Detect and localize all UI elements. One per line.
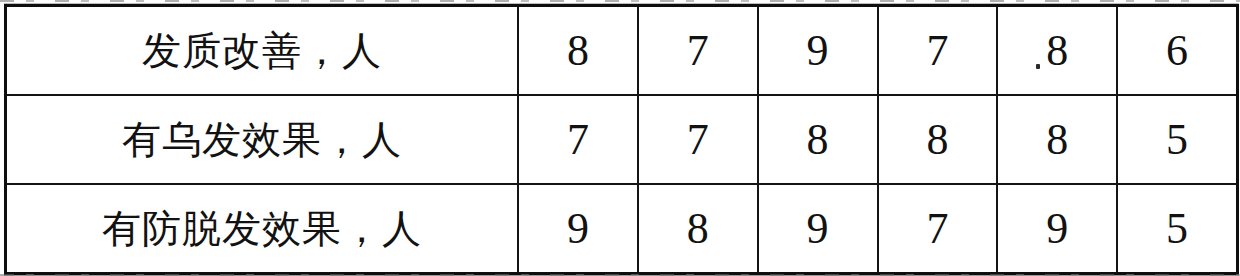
- value-cell: 9: [759, 7, 877, 94]
- row-label-cell: 发质改善，人: [7, 7, 517, 94]
- scan-noise-artifact: [0, 0, 1240, 2]
- row-label-cell: 有防脱发效果，人: [7, 185, 517, 272]
- row-label-cell: 有乌发效果，人: [7, 96, 517, 183]
- value-cell: 9: [998, 185, 1116, 272]
- value-cell: 7: [879, 7, 997, 94]
- value-cell: 7: [639, 96, 757, 183]
- value-cell: 9: [759, 185, 877, 272]
- value-cell: 9: [519, 185, 637, 272]
- value-cell: 8: [879, 96, 997, 183]
- value-text: 8: [1046, 25, 1068, 76]
- value-cell: 7: [879, 185, 997, 272]
- value-cell: 7: [519, 96, 637, 183]
- value-cell: 6: [1118, 7, 1236, 94]
- value-cell: 8: [759, 96, 877, 183]
- scanned-document-page: 发质改善，人 8 7 9 7 8 6 有乌发效果，人 7 7 8 8 8 5 有…: [0, 0, 1240, 276]
- value-cell: 8: [519, 7, 637, 94]
- value-cell: 8: [998, 96, 1116, 183]
- ink-speck-artifact: [1036, 64, 1040, 69]
- value-cell: 5: [1118, 96, 1236, 183]
- value-cell: 7: [639, 7, 757, 94]
- value-cell: 8: [639, 185, 757, 272]
- value-cell: 8: [998, 7, 1116, 94]
- results-table: 发质改善，人 8 7 9 7 8 6 有乌发效果，人 7 7 8 8 8 5 有…: [4, 4, 1239, 275]
- value-cell: 5: [1118, 185, 1236, 272]
